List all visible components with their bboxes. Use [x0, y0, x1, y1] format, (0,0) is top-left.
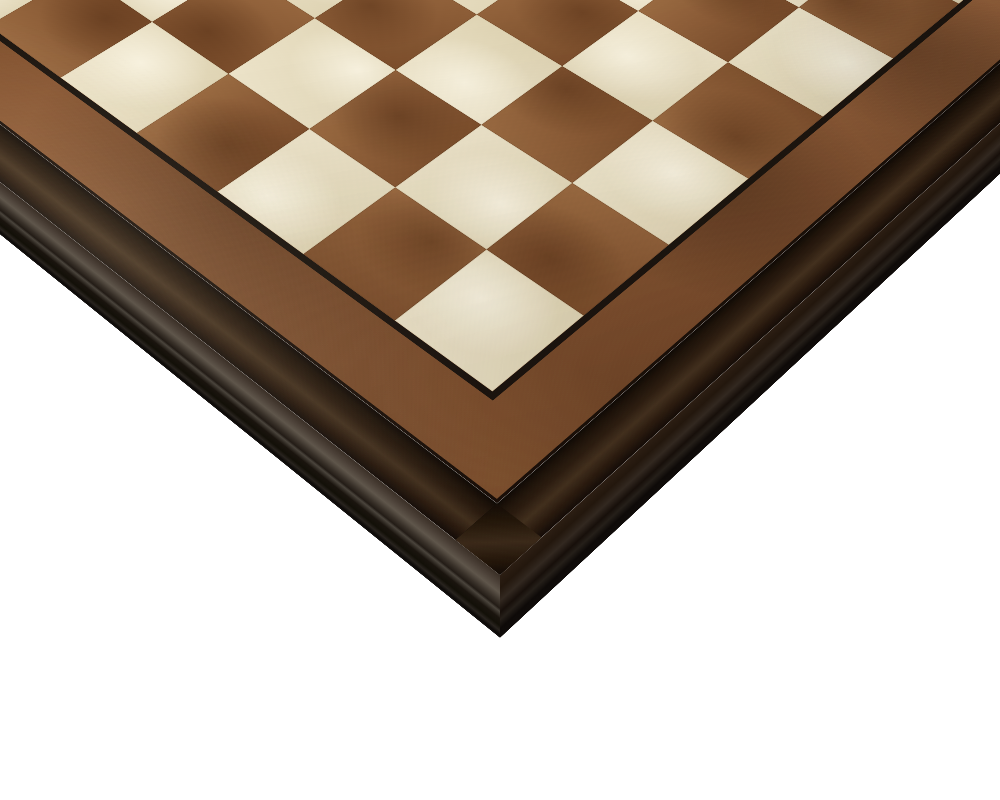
scene — [0, 0, 1000, 800]
chessboard — [0, 0, 1000, 575]
product-photo — [0, 0, 1000, 800]
